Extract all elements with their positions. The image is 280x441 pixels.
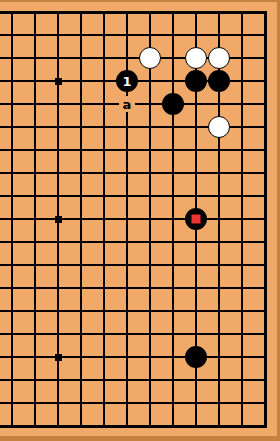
go-board-diagram: 1a xyxy=(0,0,280,441)
red-square-marker xyxy=(192,215,201,224)
board-edge-line-bottom xyxy=(0,425,267,428)
grid-line-horizontal xyxy=(0,264,267,266)
board-edge-shading-bottom xyxy=(0,436,280,441)
star-point xyxy=(55,216,62,223)
black-stone xyxy=(208,70,230,92)
white-stone xyxy=(139,47,161,69)
black-stone xyxy=(185,208,207,230)
grid-line-horizontal xyxy=(0,310,267,312)
grid-line-horizontal xyxy=(0,287,267,289)
grid-line-horizontal xyxy=(0,172,267,174)
grid-line-horizontal xyxy=(0,356,267,358)
white-stone xyxy=(208,47,230,69)
move-number-label: 1 xyxy=(122,75,131,88)
point-label-a: a xyxy=(119,96,135,112)
grid-line-horizontal xyxy=(0,218,267,220)
grid-line-horizontal xyxy=(0,241,267,243)
board-edge-shading-right xyxy=(277,0,280,441)
board-edge-line-top xyxy=(0,11,267,14)
grid-line-horizontal xyxy=(0,149,267,151)
grid-line-horizontal xyxy=(0,333,267,335)
star-point xyxy=(55,354,62,361)
board-edge-shading-top xyxy=(0,0,280,2)
grid-line-horizontal xyxy=(0,195,267,197)
white-stone xyxy=(208,116,230,138)
star-point xyxy=(55,78,62,85)
grid-line-horizontal xyxy=(0,34,267,36)
go-board: 1a xyxy=(0,0,280,441)
grid-line-horizontal xyxy=(0,379,267,381)
black-stone xyxy=(185,346,207,368)
black-stone xyxy=(185,70,207,92)
black-stone xyxy=(162,93,184,115)
white-stone xyxy=(185,47,207,69)
black-stone: 1 xyxy=(116,70,138,92)
grid-line-horizontal xyxy=(0,402,267,404)
